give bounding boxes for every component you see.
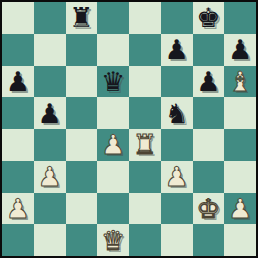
square-c7[interactable] (66, 34, 98, 66)
square-h1[interactable] (224, 224, 256, 256)
black-king-piece[interactable]: ♚ (196, 4, 220, 31)
square-e3[interactable] (129, 161, 161, 193)
chess-board-frame: ♜♚♟♟♟♛♟♝♟♞♟♜♟♟♟♚♟♛ (0, 0, 258, 258)
black-queen-piece[interactable]: ♛ (101, 68, 125, 95)
square-c3[interactable] (66, 161, 98, 193)
black-knight-piece[interactable]: ♞ (165, 100, 189, 127)
square-b2[interactable] (34, 193, 66, 225)
square-c5[interactable] (66, 97, 98, 129)
white-bishop-piece[interactable]: ♝ (228, 68, 252, 95)
square-d3[interactable] (97, 161, 129, 193)
square-e5[interactable] (129, 97, 161, 129)
black-pawn-piece[interactable]: ♟ (38, 100, 62, 127)
square-d5[interactable] (97, 97, 129, 129)
black-pawn-piece[interactable]: ♟ (196, 68, 220, 95)
square-a7[interactable] (2, 34, 34, 66)
white-pawn-piece[interactable]: ♟ (228, 195, 252, 222)
square-c1[interactable] (66, 224, 98, 256)
square-f7[interactable]: ♟ (161, 34, 193, 66)
square-f8[interactable] (161, 2, 193, 34)
square-c6[interactable] (66, 66, 98, 98)
square-g6[interactable]: ♟ (193, 66, 225, 98)
square-a1[interactable] (2, 224, 34, 256)
square-a5[interactable] (2, 97, 34, 129)
square-h4[interactable] (224, 129, 256, 161)
black-pawn-piece[interactable]: ♟ (228, 36, 252, 63)
square-g8[interactable]: ♚ (193, 2, 225, 34)
square-g4[interactable] (193, 129, 225, 161)
white-pawn-piece[interactable]: ♟ (101, 131, 125, 158)
white-pawn-piece[interactable]: ♟ (38, 163, 62, 190)
white-pawn-piece[interactable]: ♟ (6, 195, 30, 222)
square-d6[interactable]: ♛ (97, 66, 129, 98)
square-d1[interactable]: ♛ (97, 224, 129, 256)
square-h5[interactable] (224, 97, 256, 129)
square-d7[interactable] (97, 34, 129, 66)
square-d8[interactable] (97, 2, 129, 34)
white-pawn-piece[interactable]: ♟ (165, 163, 189, 190)
square-b3[interactable]: ♟ (34, 161, 66, 193)
square-h2[interactable]: ♟ (224, 193, 256, 225)
square-h6[interactable]: ♝ (224, 66, 256, 98)
square-g5[interactable] (193, 97, 225, 129)
square-a6[interactable]: ♟ (2, 66, 34, 98)
square-d2[interactable] (97, 193, 129, 225)
square-e6[interactable] (129, 66, 161, 98)
square-c8[interactable]: ♜ (66, 2, 98, 34)
square-g7[interactable] (193, 34, 225, 66)
square-h3[interactable] (224, 161, 256, 193)
square-f5[interactable]: ♞ (161, 97, 193, 129)
square-c4[interactable] (66, 129, 98, 161)
square-a3[interactable] (2, 161, 34, 193)
square-e1[interactable] (129, 224, 161, 256)
square-h8[interactable] (224, 2, 256, 34)
square-c2[interactable] (66, 193, 98, 225)
square-f1[interactable] (161, 224, 193, 256)
white-king-piece[interactable]: ♚ (196, 195, 220, 222)
black-pawn-piece[interactable]: ♟ (6, 68, 30, 95)
square-f6[interactable] (161, 66, 193, 98)
square-b1[interactable] (34, 224, 66, 256)
square-g1[interactable] (193, 224, 225, 256)
square-e2[interactable] (129, 193, 161, 225)
square-a4[interactable] (2, 129, 34, 161)
square-a8[interactable] (2, 2, 34, 34)
square-e8[interactable] (129, 2, 161, 34)
square-b7[interactable] (34, 34, 66, 66)
white-queen-piece[interactable]: ♛ (101, 227, 125, 254)
square-b6[interactable] (34, 66, 66, 98)
square-h7[interactable]: ♟ (224, 34, 256, 66)
square-f3[interactable]: ♟ (161, 161, 193, 193)
chess-board: ♜♚♟♟♟♛♟♝♟♞♟♜♟♟♟♚♟♛ (2, 2, 256, 256)
square-b8[interactable] (34, 2, 66, 34)
square-d4[interactable]: ♟ (97, 129, 129, 161)
black-rook-piece[interactable]: ♜ (69, 4, 93, 31)
square-e7[interactable] (129, 34, 161, 66)
white-rook-piece[interactable]: ♜ (133, 131, 157, 158)
square-e4[interactable]: ♜ (129, 129, 161, 161)
square-f4[interactable] (161, 129, 193, 161)
square-g2[interactable]: ♚ (193, 193, 225, 225)
square-g3[interactable] (193, 161, 225, 193)
square-a2[interactable]: ♟ (2, 193, 34, 225)
square-b5[interactable]: ♟ (34, 97, 66, 129)
square-f2[interactable] (161, 193, 193, 225)
black-pawn-piece[interactable]: ♟ (165, 36, 189, 63)
square-b4[interactable] (34, 129, 66, 161)
